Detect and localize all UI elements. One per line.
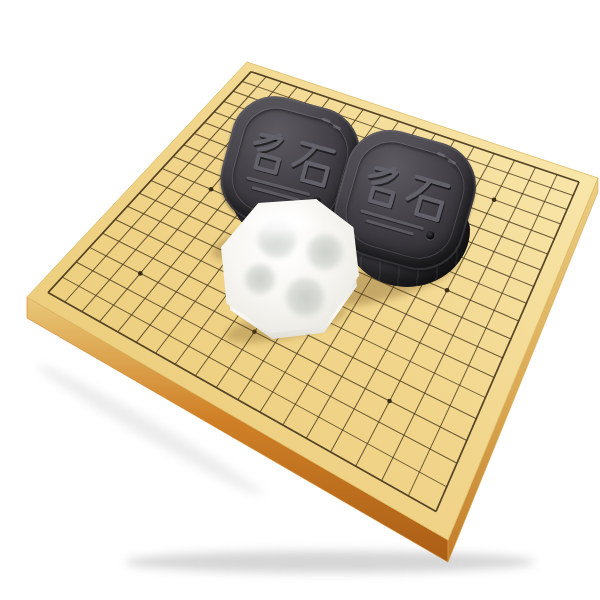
white-stone-box[interactable]: [219, 199, 361, 341]
stone-box-lid[interactable]: [221, 199, 359, 333]
go-set-photo: [0, 0, 600, 600]
stone-ghost: [305, 233, 345, 271]
stone-ghost: [283, 277, 327, 317]
stone-ghost: [243, 263, 277, 295]
highlight: [247, 207, 317, 237]
